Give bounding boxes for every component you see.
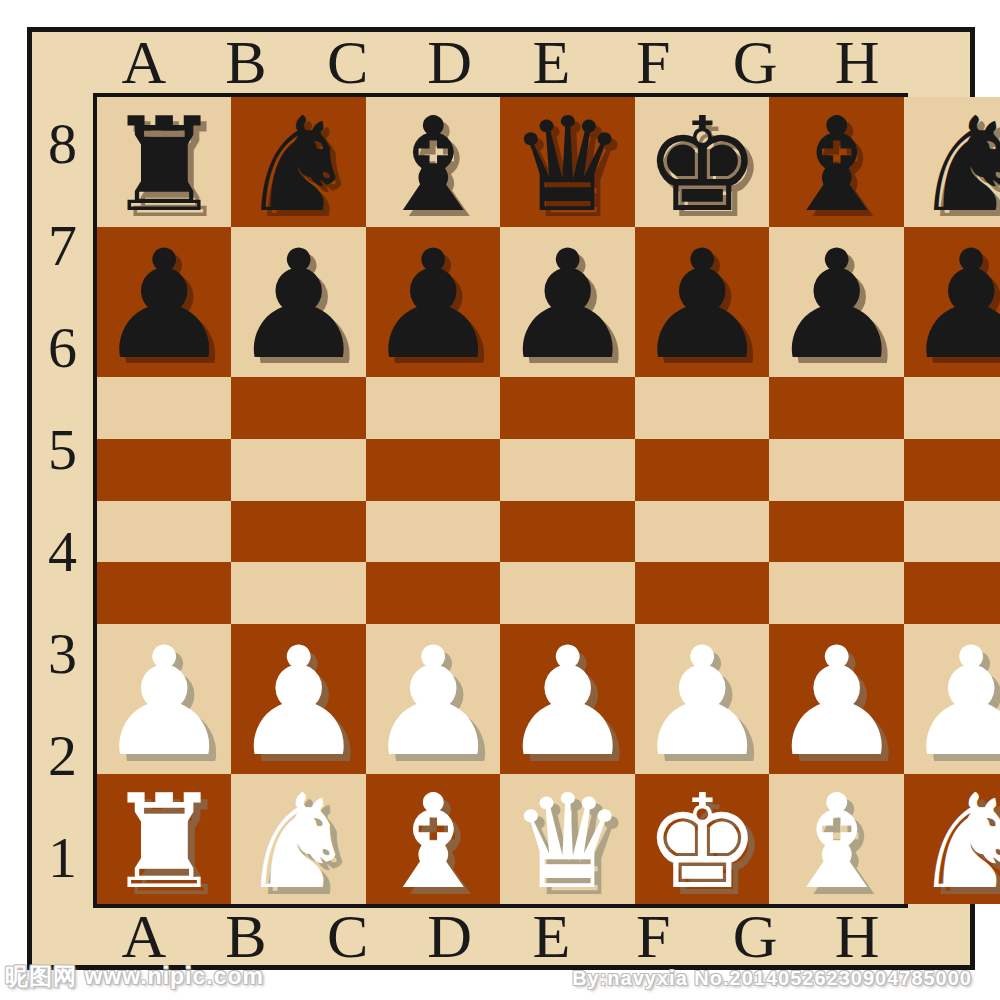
rank-label-left-6: 6	[32, 297, 93, 399]
file-label-bottom-g: G	[704, 908, 806, 965]
square-e6[interactable]	[635, 377, 769, 439]
square-c2[interactable]: ♟	[366, 624, 500, 774]
square-e1[interactable]: ♚	[635, 774, 769, 904]
black-pawn: ♟	[769, 230, 903, 380]
square-b4[interactable]	[231, 501, 365, 563]
file-labels-top: ABCDEFGH	[93, 32, 908, 93]
square-a6[interactable]	[97, 377, 231, 439]
file-labels-bottom: ABCDEFGH	[93, 908, 908, 965]
rank-label-left-1: 1	[32, 806, 93, 908]
square-c3[interactable]	[366, 562, 500, 624]
square-c1[interactable]: ♝	[366, 774, 500, 904]
file-label-top-c: C	[297, 32, 399, 93]
file-label-top-d: D	[399, 32, 501, 93]
board: ♜♞♝♛♚♝♞♜♟♟♟♟♟♟♟♟♟♟♟♟♟♟♟♟♜♞♝♛♚♝♞♜	[93, 93, 908, 908]
square-a3[interactable]	[97, 562, 231, 624]
file-label-top-e: E	[501, 32, 603, 93]
black-pawn: ♟	[97, 230, 231, 380]
square-d8[interactable]: ♛	[500, 97, 634, 227]
file-label-top-g: G	[704, 32, 806, 93]
rank-label-left-4: 4	[32, 501, 93, 603]
white-pawn: ♟	[231, 627, 365, 777]
square-c6[interactable]	[366, 377, 500, 439]
square-d6[interactable]	[500, 377, 634, 439]
square-f7[interactable]: ♟	[769, 227, 903, 377]
square-c5[interactable]	[366, 439, 500, 501]
file-label-bottom-a: A	[93, 908, 195, 965]
square-e4[interactable]	[635, 501, 769, 563]
square-b6[interactable]	[231, 377, 365, 439]
square-b1[interactable]: ♞	[231, 774, 365, 904]
white-pawn: ♟	[500, 627, 634, 777]
square-a5[interactable]	[97, 439, 231, 501]
white-bishop: ♝	[375, 777, 492, 907]
square-d3[interactable]	[500, 562, 634, 624]
square-b3[interactable]	[231, 562, 365, 624]
square-g1[interactable]: ♞	[904, 774, 1000, 904]
square-d1[interactable]: ♛	[500, 774, 634, 904]
black-knight: ♞	[240, 100, 357, 230]
square-c8[interactable]: ♝	[366, 97, 500, 227]
black-rook: ♜	[106, 100, 223, 230]
black-knight: ♞	[913, 100, 1000, 230]
square-f2[interactable]: ♟	[769, 624, 903, 774]
file-label-top-f: F	[602, 32, 704, 93]
square-a7[interactable]: ♟	[97, 227, 231, 377]
white-king: ♚	[644, 777, 761, 907]
square-f3[interactable]	[769, 562, 903, 624]
square-g2[interactable]: ♟	[904, 624, 1000, 774]
square-f8[interactable]: ♝	[769, 97, 903, 227]
square-g6[interactable]	[904, 377, 1000, 439]
square-f5[interactable]	[769, 439, 903, 501]
square-f1[interactable]: ♝	[769, 774, 903, 904]
square-g7[interactable]: ♟	[904, 227, 1000, 377]
square-a2[interactable]: ♟	[97, 624, 231, 774]
square-d5[interactable]	[500, 439, 634, 501]
square-b5[interactable]	[231, 439, 365, 501]
white-pawn: ♟	[635, 627, 769, 777]
black-pawn: ♟	[500, 230, 634, 380]
file-label-bottom-b: B	[195, 908, 297, 965]
black-king: ♚	[644, 100, 761, 230]
square-a8[interactable]: ♜	[97, 97, 231, 227]
square-g3[interactable]	[904, 562, 1000, 624]
file-label-top-h: H	[806, 32, 908, 93]
square-b2[interactable]: ♟	[231, 624, 365, 774]
white-pawn: ♟	[904, 627, 1000, 777]
black-pawn: ♟	[231, 230, 365, 380]
square-d7[interactable]: ♟	[500, 227, 634, 377]
rank-label-left-5: 5	[32, 399, 93, 501]
square-g8[interactable]: ♞	[904, 97, 1000, 227]
white-pawn: ♟	[769, 627, 903, 777]
file-label-bottom-f: F	[602, 908, 704, 965]
white-queen: ♛	[509, 777, 626, 907]
white-bishop: ♝	[778, 777, 895, 907]
rank-label-left-8: 8	[32, 93, 93, 195]
square-d2[interactable]: ♟	[500, 624, 634, 774]
square-e7[interactable]: ♟	[635, 227, 769, 377]
file-label-top-b: B	[195, 32, 297, 93]
rank-labels-left: 87654321	[32, 93, 93, 908]
square-d4[interactable]	[500, 501, 634, 563]
watermark-author-id: By:navyxia No.20140526230904785000	[572, 967, 972, 990]
square-c4[interactable]	[366, 501, 500, 563]
file-label-bottom-e: E	[501, 908, 603, 965]
black-pawn: ♟	[635, 230, 769, 380]
square-f6[interactable]	[769, 377, 903, 439]
square-e3[interactable]	[635, 562, 769, 624]
black-bishop: ♝	[375, 100, 492, 230]
file-label-bottom-c: C	[297, 908, 399, 965]
white-knight: ♞	[240, 777, 357, 907]
black-bishop: ♝	[778, 100, 895, 230]
chess-diagram-frame: ABCDEFGH ABCDEFGH 87654321 87654321 ♜♞♝♛…	[27, 27, 975, 970]
rank-label-left-7: 7	[32, 195, 93, 297]
square-a4[interactable]	[97, 501, 231, 563]
square-e8[interactable]: ♚	[635, 97, 769, 227]
square-g5[interactable]	[904, 439, 1000, 501]
black-pawn: ♟	[904, 230, 1000, 380]
square-g4[interactable]	[904, 501, 1000, 563]
white-knight: ♞	[913, 777, 1000, 907]
square-e5[interactable]	[635, 439, 769, 501]
square-c7[interactable]: ♟	[366, 227, 500, 377]
white-rook: ♜	[106, 777, 223, 907]
file-label-bottom-d: D	[399, 908, 501, 965]
rank-label-left-3: 3	[32, 602, 93, 704]
white-pawn: ♟	[97, 627, 231, 777]
black-queen: ♛	[509, 100, 626, 230]
square-b7[interactable]: ♟	[231, 227, 365, 377]
square-e2[interactable]: ♟	[635, 624, 769, 774]
file-label-bottom-h: H	[806, 908, 908, 965]
square-f4[interactable]	[769, 501, 903, 563]
white-pawn: ♟	[366, 627, 500, 777]
black-pawn: ♟	[366, 230, 500, 380]
watermark-nipic: 昵图网 www.nipic.com	[5, 961, 264, 992]
square-b8[interactable]: ♞	[231, 97, 365, 227]
rank-label-left-2: 2	[32, 704, 93, 806]
square-a1[interactable]: ♜	[97, 774, 231, 904]
file-label-top-a: A	[93, 32, 195, 93]
